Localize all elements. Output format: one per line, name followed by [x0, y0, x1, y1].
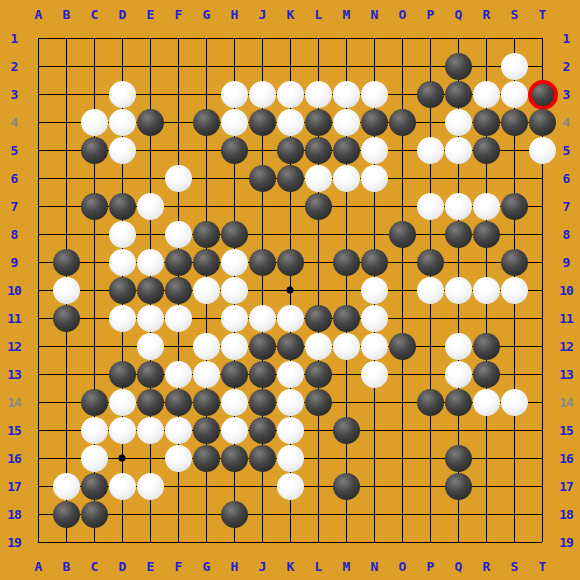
board-point-F3[interactable] [164, 80, 192, 108]
board-point-Q11[interactable] [444, 304, 472, 332]
board-point-T16[interactable] [528, 444, 556, 472]
board-point-M16[interactable] [332, 444, 360, 472]
board-point-G2[interactable] [192, 52, 220, 80]
board-point-R13[interactable] [472, 360, 500, 388]
board-point-K6[interactable] [276, 164, 304, 192]
board-point-E13[interactable] [136, 360, 164, 388]
board-point-S12[interactable] [500, 332, 528, 360]
board-point-E9[interactable] [136, 248, 164, 276]
board-point-N10[interactable] [360, 276, 388, 304]
board-point-Q18[interactable] [444, 500, 472, 528]
board-point-C13[interactable] [80, 360, 108, 388]
board-point-G15[interactable] [192, 416, 220, 444]
board-point-P15[interactable] [416, 416, 444, 444]
board-point-C5[interactable] [80, 136, 108, 164]
board-point-S13[interactable] [500, 360, 528, 388]
board-point-J8[interactable] [248, 220, 276, 248]
board-point-Q5[interactable] [444, 136, 472, 164]
board-point-J10[interactable] [248, 276, 276, 304]
board-point-C2[interactable] [80, 52, 108, 80]
board-point-Q9[interactable] [444, 248, 472, 276]
board-point-M8[interactable] [332, 220, 360, 248]
board-point-E8[interactable] [136, 220, 164, 248]
board-point-J2[interactable] [248, 52, 276, 80]
board-point-O8[interactable] [388, 220, 416, 248]
board-point-L4[interactable] [304, 108, 332, 136]
board-point-D9[interactable] [108, 248, 136, 276]
board-point-L10[interactable] [304, 276, 332, 304]
board-point-F15[interactable] [164, 416, 192, 444]
board-point-M12[interactable] [332, 332, 360, 360]
board-point-P19[interactable] [416, 528, 444, 556]
board-point-C19[interactable] [80, 528, 108, 556]
board-point-Q3[interactable] [444, 80, 472, 108]
board-point-B3[interactable] [52, 80, 80, 108]
board-point-L3[interactable] [304, 80, 332, 108]
board-point-D10[interactable] [108, 276, 136, 304]
board-point-Q2[interactable] [444, 52, 472, 80]
board-point-H10[interactable] [220, 276, 248, 304]
board-point-E17[interactable] [136, 472, 164, 500]
board-point-G14[interactable] [192, 388, 220, 416]
board-point-L8[interactable] [304, 220, 332, 248]
board-point-N17[interactable] [360, 472, 388, 500]
board-point-E5[interactable] [136, 136, 164, 164]
board-point-T2[interactable] [528, 52, 556, 80]
board-point-N3[interactable] [360, 80, 388, 108]
board-point-F9[interactable] [164, 248, 192, 276]
board-point-K7[interactable] [276, 192, 304, 220]
board-point-T15[interactable] [528, 416, 556, 444]
board-point-N5[interactable] [360, 136, 388, 164]
board-point-N8[interactable] [360, 220, 388, 248]
board-point-K8[interactable] [276, 220, 304, 248]
board-point-H11[interactable] [220, 304, 248, 332]
board-point-N7[interactable] [360, 192, 388, 220]
board-point-O7[interactable] [388, 192, 416, 220]
board-point-H12[interactable] [220, 332, 248, 360]
board-point-Q12[interactable] [444, 332, 472, 360]
board-point-B1[interactable] [52, 24, 80, 52]
board-point-D3[interactable] [108, 80, 136, 108]
board-point-P9[interactable] [416, 248, 444, 276]
board-point-A15[interactable] [24, 416, 52, 444]
board-point-P4[interactable] [416, 108, 444, 136]
board-point-R12[interactable] [472, 332, 500, 360]
board-point-A4[interactable] [24, 108, 52, 136]
board-point-L18[interactable] [304, 500, 332, 528]
board-point-T17[interactable] [528, 472, 556, 500]
board-point-F18[interactable] [164, 500, 192, 528]
board-point-L2[interactable] [304, 52, 332, 80]
go-board[interactable]: AABBCCDDEEFFGGHHJJKKLLMMNNOOPPQQRRSSTT11… [0, 0, 580, 580]
board-point-T5[interactable] [528, 136, 556, 164]
board-point-O18[interactable] [388, 500, 416, 528]
board-point-C6[interactable] [80, 164, 108, 192]
board-point-E10[interactable] [136, 276, 164, 304]
board-point-F16[interactable] [164, 444, 192, 472]
board-point-Q10[interactable] [444, 276, 472, 304]
board-point-N11[interactable] [360, 304, 388, 332]
board-point-A18[interactable] [24, 500, 52, 528]
board-point-M14[interactable] [332, 388, 360, 416]
board-point-N9[interactable] [360, 248, 388, 276]
board-point-S17[interactable] [500, 472, 528, 500]
board-point-D17[interactable] [108, 472, 136, 500]
board-point-C7[interactable] [80, 192, 108, 220]
board-point-P11[interactable] [416, 304, 444, 332]
board-point-D18[interactable] [108, 500, 136, 528]
board-point-L1[interactable] [304, 24, 332, 52]
board-point-G5[interactable] [192, 136, 220, 164]
board-point-C17[interactable] [80, 472, 108, 500]
board-point-H16[interactable] [220, 444, 248, 472]
board-point-G19[interactable] [192, 528, 220, 556]
board-point-Q8[interactable] [444, 220, 472, 248]
board-point-S8[interactable] [500, 220, 528, 248]
board-point-P3[interactable] [416, 80, 444, 108]
board-point-A12[interactable] [24, 332, 52, 360]
board-point-A13[interactable] [24, 360, 52, 388]
board-point-G10[interactable] [192, 276, 220, 304]
board-point-C18[interactable] [80, 500, 108, 528]
board-point-K9[interactable] [276, 248, 304, 276]
board-point-E11[interactable] [136, 304, 164, 332]
board-point-O5[interactable] [388, 136, 416, 164]
board-point-J15[interactable] [248, 416, 276, 444]
board-point-M15[interactable] [332, 416, 360, 444]
board-point-K18[interactable] [276, 500, 304, 528]
board-point-P13[interactable] [416, 360, 444, 388]
board-point-S4[interactable] [500, 108, 528, 136]
board-point-A10[interactable] [24, 276, 52, 304]
board-point-C8[interactable] [80, 220, 108, 248]
board-point-O3[interactable] [388, 80, 416, 108]
board-point-F5[interactable] [164, 136, 192, 164]
board-point-R2[interactable] [472, 52, 500, 80]
board-point-J1[interactable] [248, 24, 276, 52]
board-point-P7[interactable] [416, 192, 444, 220]
board-point-P12[interactable] [416, 332, 444, 360]
board-point-M18[interactable] [332, 500, 360, 528]
board-point-G9[interactable] [192, 248, 220, 276]
board-point-T19[interactable] [528, 528, 556, 556]
board-point-J4[interactable] [248, 108, 276, 136]
board-point-D1[interactable] [108, 24, 136, 52]
board-point-R8[interactable] [472, 220, 500, 248]
board-point-J19[interactable] [248, 528, 276, 556]
board-point-K11[interactable] [276, 304, 304, 332]
board-point-D5[interactable] [108, 136, 136, 164]
board-point-J7[interactable] [248, 192, 276, 220]
board-point-A5[interactable] [24, 136, 52, 164]
board-point-B14[interactable] [52, 388, 80, 416]
board-point-B4[interactable] [52, 108, 80, 136]
board-point-L15[interactable] [304, 416, 332, 444]
board-point-E15[interactable] [136, 416, 164, 444]
board-point-B18[interactable] [52, 500, 80, 528]
board-point-J12[interactable] [248, 332, 276, 360]
board-point-O9[interactable] [388, 248, 416, 276]
board-point-H2[interactable] [220, 52, 248, 80]
board-point-L16[interactable] [304, 444, 332, 472]
board-point-C3[interactable] [80, 80, 108, 108]
board-point-L19[interactable] [304, 528, 332, 556]
board-point-J13[interactable] [248, 360, 276, 388]
board-point-H17[interactable] [220, 472, 248, 500]
board-point-F10[interactable] [164, 276, 192, 304]
board-point-T3[interactable] [528, 80, 556, 108]
board-point-P17[interactable] [416, 472, 444, 500]
board-point-R16[interactable] [472, 444, 500, 472]
board-point-B5[interactable] [52, 136, 80, 164]
board-point-G16[interactable] [192, 444, 220, 472]
board-point-F13[interactable] [164, 360, 192, 388]
board-point-B19[interactable] [52, 528, 80, 556]
board-point-D19[interactable] [108, 528, 136, 556]
board-point-N19[interactable] [360, 528, 388, 556]
board-point-R5[interactable] [472, 136, 500, 164]
board-point-K4[interactable] [276, 108, 304, 136]
board-point-H6[interactable] [220, 164, 248, 192]
board-point-G4[interactable] [192, 108, 220, 136]
board-point-A6[interactable] [24, 164, 52, 192]
board-point-S6[interactable] [500, 164, 528, 192]
board-point-O16[interactable] [388, 444, 416, 472]
board-point-H5[interactable] [220, 136, 248, 164]
board-point-F8[interactable] [164, 220, 192, 248]
board-point-B6[interactable] [52, 164, 80, 192]
board-point-A11[interactable] [24, 304, 52, 332]
board-point-R3[interactable] [472, 80, 500, 108]
board-point-S10[interactable] [500, 276, 528, 304]
board-point-J16[interactable] [248, 444, 276, 472]
board-point-L11[interactable] [304, 304, 332, 332]
board-point-N18[interactable] [360, 500, 388, 528]
board-point-R6[interactable] [472, 164, 500, 192]
board-point-K3[interactable] [276, 80, 304, 108]
board-point-E6[interactable] [136, 164, 164, 192]
board-point-B17[interactable] [52, 472, 80, 500]
board-point-H8[interactable] [220, 220, 248, 248]
board-point-E1[interactable] [136, 24, 164, 52]
board-point-R9[interactable] [472, 248, 500, 276]
board-point-G12[interactable] [192, 332, 220, 360]
board-point-E16[interactable] [136, 444, 164, 472]
board-point-T9[interactable] [528, 248, 556, 276]
board-point-K1[interactable] [276, 24, 304, 52]
board-point-D2[interactable] [108, 52, 136, 80]
board-point-M4[interactable] [332, 108, 360, 136]
board-point-R19[interactable] [472, 528, 500, 556]
board-point-J9[interactable] [248, 248, 276, 276]
board-point-N4[interactable] [360, 108, 388, 136]
board-point-H4[interactable] [220, 108, 248, 136]
board-point-S2[interactable] [500, 52, 528, 80]
board-point-L12[interactable] [304, 332, 332, 360]
board-point-M17[interactable] [332, 472, 360, 500]
board-point-M13[interactable] [332, 360, 360, 388]
board-point-C11[interactable] [80, 304, 108, 332]
board-point-J17[interactable] [248, 472, 276, 500]
board-point-O14[interactable] [388, 388, 416, 416]
board-point-G18[interactable] [192, 500, 220, 528]
board-point-G3[interactable] [192, 80, 220, 108]
board-point-Q14[interactable] [444, 388, 472, 416]
board-point-R11[interactable] [472, 304, 500, 332]
board-point-C12[interactable] [80, 332, 108, 360]
board-point-M7[interactable] [332, 192, 360, 220]
board-point-A1[interactable] [24, 24, 52, 52]
board-point-J6[interactable] [248, 164, 276, 192]
board-point-R4[interactable] [472, 108, 500, 136]
board-point-S7[interactable] [500, 192, 528, 220]
board-point-O13[interactable] [388, 360, 416, 388]
board-point-N15[interactable] [360, 416, 388, 444]
board-point-O17[interactable] [388, 472, 416, 500]
board-point-F14[interactable] [164, 388, 192, 416]
board-point-J11[interactable] [248, 304, 276, 332]
board-point-R7[interactable] [472, 192, 500, 220]
board-point-G13[interactable] [192, 360, 220, 388]
board-point-B8[interactable] [52, 220, 80, 248]
board-point-M5[interactable] [332, 136, 360, 164]
board-point-Q4[interactable] [444, 108, 472, 136]
board-point-D15[interactable] [108, 416, 136, 444]
board-point-S5[interactable] [500, 136, 528, 164]
board-point-S1[interactable] [500, 24, 528, 52]
board-point-F12[interactable] [164, 332, 192, 360]
board-point-B10[interactable] [52, 276, 80, 304]
board-point-S18[interactable] [500, 500, 528, 528]
board-point-M19[interactable] [332, 528, 360, 556]
board-point-T13[interactable] [528, 360, 556, 388]
board-point-T8[interactable] [528, 220, 556, 248]
board-point-H1[interactable] [220, 24, 248, 52]
board-point-E12[interactable] [136, 332, 164, 360]
board-point-P10[interactable] [416, 276, 444, 304]
board-point-M6[interactable] [332, 164, 360, 192]
board-point-M11[interactable] [332, 304, 360, 332]
board-point-O19[interactable] [388, 528, 416, 556]
board-point-B16[interactable] [52, 444, 80, 472]
board-point-A16[interactable] [24, 444, 52, 472]
board-point-P5[interactable] [416, 136, 444, 164]
board-point-K13[interactable] [276, 360, 304, 388]
board-point-K2[interactable] [276, 52, 304, 80]
board-point-G17[interactable] [192, 472, 220, 500]
board-point-J3[interactable] [248, 80, 276, 108]
board-point-K19[interactable] [276, 528, 304, 556]
board-point-P2[interactable] [416, 52, 444, 80]
board-point-K15[interactable] [276, 416, 304, 444]
board-point-E14[interactable] [136, 388, 164, 416]
board-point-R17[interactable] [472, 472, 500, 500]
board-point-H13[interactable] [220, 360, 248, 388]
board-point-S11[interactable] [500, 304, 528, 332]
board-point-F2[interactable] [164, 52, 192, 80]
board-point-L6[interactable] [304, 164, 332, 192]
board-point-T1[interactable] [528, 24, 556, 52]
board-point-P18[interactable] [416, 500, 444, 528]
board-point-A17[interactable] [24, 472, 52, 500]
board-point-K12[interactable] [276, 332, 304, 360]
board-point-R1[interactable] [472, 24, 500, 52]
board-point-R14[interactable] [472, 388, 500, 416]
board-point-N2[interactable] [360, 52, 388, 80]
board-point-B9[interactable] [52, 248, 80, 276]
board-point-L14[interactable] [304, 388, 332, 416]
board-point-C14[interactable] [80, 388, 108, 416]
board-point-F11[interactable] [164, 304, 192, 332]
board-point-S15[interactable] [500, 416, 528, 444]
board-point-R18[interactable] [472, 500, 500, 528]
board-point-K16[interactable] [276, 444, 304, 472]
board-point-Q15[interactable] [444, 416, 472, 444]
board-point-D12[interactable] [108, 332, 136, 360]
board-point-S14[interactable] [500, 388, 528, 416]
board-point-L9[interactable] [304, 248, 332, 276]
board-point-K10[interactable] [276, 276, 304, 304]
board-point-D16[interactable] [108, 444, 136, 472]
board-point-D13[interactable] [108, 360, 136, 388]
board-point-T10[interactable] [528, 276, 556, 304]
board-point-T18[interactable] [528, 500, 556, 528]
board-point-P16[interactable] [416, 444, 444, 472]
board-point-N1[interactable] [360, 24, 388, 52]
board-point-F4[interactable] [164, 108, 192, 136]
board-point-F17[interactable] [164, 472, 192, 500]
board-point-N14[interactable] [360, 388, 388, 416]
board-point-O1[interactable] [388, 24, 416, 52]
board-point-R15[interactable] [472, 416, 500, 444]
board-point-G8[interactable] [192, 220, 220, 248]
board-point-M2[interactable] [332, 52, 360, 80]
board-point-B2[interactable] [52, 52, 80, 80]
board-point-F19[interactable] [164, 528, 192, 556]
board-point-B7[interactable] [52, 192, 80, 220]
board-point-H15[interactable] [220, 416, 248, 444]
board-point-Q19[interactable] [444, 528, 472, 556]
board-point-Q7[interactable] [444, 192, 472, 220]
board-point-D14[interactable] [108, 388, 136, 416]
board-point-C1[interactable] [80, 24, 108, 52]
board-point-C9[interactable] [80, 248, 108, 276]
board-point-L5[interactable] [304, 136, 332, 164]
board-point-T4[interactable] [528, 108, 556, 136]
board-point-N16[interactable] [360, 444, 388, 472]
board-point-M1[interactable] [332, 24, 360, 52]
board-point-G1[interactable] [192, 24, 220, 52]
board-point-Q1[interactable] [444, 24, 472, 52]
board-point-D11[interactable] [108, 304, 136, 332]
board-point-A2[interactable] [24, 52, 52, 80]
board-point-Q13[interactable] [444, 360, 472, 388]
board-point-T6[interactable] [528, 164, 556, 192]
board-point-E7[interactable] [136, 192, 164, 220]
board-point-R10[interactable] [472, 276, 500, 304]
board-point-E4[interactable] [136, 108, 164, 136]
board-point-H19[interactable] [220, 528, 248, 556]
board-point-O10[interactable] [388, 276, 416, 304]
board-point-A7[interactable] [24, 192, 52, 220]
board-point-D6[interactable] [108, 164, 136, 192]
board-point-L13[interactable] [304, 360, 332, 388]
board-point-E2[interactable] [136, 52, 164, 80]
board-point-C10[interactable] [80, 276, 108, 304]
board-point-O11[interactable] [388, 304, 416, 332]
board-point-S19[interactable] [500, 528, 528, 556]
